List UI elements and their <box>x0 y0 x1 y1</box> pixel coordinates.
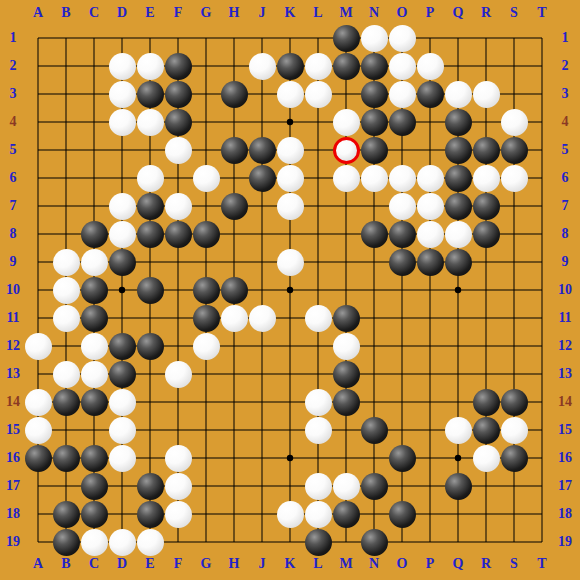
intersection-O4[interactable] <box>388 108 416 136</box>
intersection-D11[interactable] <box>108 304 136 332</box>
intersection-F6[interactable] <box>164 164 192 192</box>
intersection-M7[interactable] <box>332 192 360 220</box>
intersection-E6[interactable] <box>136 164 164 192</box>
intersection-N7[interactable] <box>360 192 388 220</box>
intersection-D1[interactable] <box>108 24 136 52</box>
intersection-E14[interactable] <box>136 388 164 416</box>
intersection-M13[interactable] <box>332 360 360 388</box>
intersection-F16[interactable] <box>164 444 192 472</box>
intersection-D18[interactable] <box>108 500 136 528</box>
intersection-E5[interactable] <box>136 136 164 164</box>
intersection-D4[interactable] <box>108 108 136 136</box>
intersection-O9[interactable] <box>388 248 416 276</box>
intersection-R16[interactable] <box>472 444 500 472</box>
intersection-J7[interactable] <box>248 192 276 220</box>
intersection-S3[interactable] <box>500 80 528 108</box>
intersection-Q13[interactable] <box>444 360 472 388</box>
intersection-H3[interactable] <box>220 80 248 108</box>
intersection-D12[interactable] <box>108 332 136 360</box>
intersection-O13[interactable] <box>388 360 416 388</box>
intersection-K5[interactable] <box>276 136 304 164</box>
intersection-L3[interactable] <box>304 80 332 108</box>
intersection-C6[interactable] <box>80 164 108 192</box>
intersection-E12[interactable] <box>136 332 164 360</box>
intersection-T3[interactable] <box>528 80 556 108</box>
intersection-K3[interactable] <box>276 80 304 108</box>
intersection-M10[interactable] <box>332 276 360 304</box>
intersection-C15[interactable] <box>80 416 108 444</box>
intersection-R9[interactable] <box>472 248 500 276</box>
intersection-G15[interactable] <box>192 416 220 444</box>
intersection-H4[interactable] <box>220 108 248 136</box>
intersection-A13[interactable] <box>24 360 52 388</box>
intersection-K15[interactable] <box>276 416 304 444</box>
intersection-S13[interactable] <box>500 360 528 388</box>
intersection-E17[interactable] <box>136 472 164 500</box>
intersection-E8[interactable] <box>136 220 164 248</box>
intersection-M18[interactable] <box>332 500 360 528</box>
intersection-H6[interactable] <box>220 164 248 192</box>
intersection-F18[interactable] <box>164 500 192 528</box>
intersection-P16[interactable] <box>416 444 444 472</box>
intersection-J17[interactable] <box>248 472 276 500</box>
intersection-T18[interactable] <box>528 500 556 528</box>
intersection-S9[interactable] <box>500 248 528 276</box>
intersection-N11[interactable] <box>360 304 388 332</box>
intersection-Q5[interactable] <box>444 136 472 164</box>
intersection-O16[interactable] <box>388 444 416 472</box>
intersection-N18[interactable] <box>360 500 388 528</box>
intersection-F10[interactable] <box>164 276 192 304</box>
intersection-L12[interactable] <box>304 332 332 360</box>
intersection-M1[interactable] <box>332 24 360 52</box>
intersection-O2[interactable] <box>388 52 416 80</box>
intersection-K4[interactable] <box>276 108 304 136</box>
intersection-L8[interactable] <box>304 220 332 248</box>
intersection-C5[interactable] <box>80 136 108 164</box>
intersection-Q7[interactable] <box>444 192 472 220</box>
intersection-R6[interactable] <box>472 164 500 192</box>
intersection-O3[interactable] <box>388 80 416 108</box>
intersection-K12[interactable] <box>276 332 304 360</box>
intersection-J19[interactable] <box>248 528 276 556</box>
intersection-A3[interactable] <box>24 80 52 108</box>
intersection-H8[interactable] <box>220 220 248 248</box>
intersection-N14[interactable] <box>360 388 388 416</box>
intersection-G17[interactable] <box>192 472 220 500</box>
intersection-N16[interactable] <box>360 444 388 472</box>
intersection-O7[interactable] <box>388 192 416 220</box>
intersection-M6[interactable] <box>332 164 360 192</box>
intersection-C11[interactable] <box>80 304 108 332</box>
intersection-S4[interactable] <box>500 108 528 136</box>
intersection-P13[interactable] <box>416 360 444 388</box>
intersection-D19[interactable] <box>108 528 136 556</box>
intersection-N3[interactable] <box>360 80 388 108</box>
intersection-B7[interactable] <box>52 192 80 220</box>
intersection-B10[interactable] <box>52 276 80 304</box>
intersection-D6[interactable] <box>108 164 136 192</box>
intersection-T13[interactable] <box>528 360 556 388</box>
intersection-Q11[interactable] <box>444 304 472 332</box>
intersection-O6[interactable] <box>388 164 416 192</box>
intersection-N12[interactable] <box>360 332 388 360</box>
intersection-A7[interactable] <box>24 192 52 220</box>
intersection-S11[interactable] <box>500 304 528 332</box>
intersection-B6[interactable] <box>52 164 80 192</box>
intersection-P9[interactable] <box>416 248 444 276</box>
intersection-F3[interactable] <box>164 80 192 108</box>
intersection-A14[interactable] <box>24 388 52 416</box>
intersection-S10[interactable] <box>500 276 528 304</box>
intersection-R10[interactable] <box>472 276 500 304</box>
intersection-N15[interactable] <box>360 416 388 444</box>
intersection-O8[interactable] <box>388 220 416 248</box>
intersection-K18[interactable] <box>276 500 304 528</box>
intersection-M4[interactable] <box>332 108 360 136</box>
intersection-O1[interactable] <box>388 24 416 52</box>
intersection-O10[interactable] <box>388 276 416 304</box>
intersection-J15[interactable] <box>248 416 276 444</box>
intersection-J10[interactable] <box>248 276 276 304</box>
intersection-S17[interactable] <box>500 472 528 500</box>
intersection-R13[interactable] <box>472 360 500 388</box>
intersection-E10[interactable] <box>136 276 164 304</box>
intersection-J2[interactable] <box>248 52 276 80</box>
intersection-A10[interactable] <box>24 276 52 304</box>
intersection-F4[interactable] <box>164 108 192 136</box>
intersection-L2[interactable] <box>304 52 332 80</box>
intersection-G7[interactable] <box>192 192 220 220</box>
intersection-M12[interactable] <box>332 332 360 360</box>
intersection-S14[interactable] <box>500 388 528 416</box>
intersection-K2[interactable] <box>276 52 304 80</box>
intersection-P6[interactable] <box>416 164 444 192</box>
intersection-A15[interactable] <box>24 416 52 444</box>
intersection-J18[interactable] <box>248 500 276 528</box>
intersection-A16[interactable] <box>24 444 52 472</box>
intersection-G9[interactable] <box>192 248 220 276</box>
intersection-A5[interactable] <box>24 136 52 164</box>
intersection-K8[interactable] <box>276 220 304 248</box>
intersection-B4[interactable] <box>52 108 80 136</box>
intersection-E1[interactable] <box>136 24 164 52</box>
intersection-T17[interactable] <box>528 472 556 500</box>
intersection-A8[interactable] <box>24 220 52 248</box>
intersection-N9[interactable] <box>360 248 388 276</box>
intersection-S1[interactable] <box>500 24 528 52</box>
intersection-M5[interactable] <box>332 136 360 164</box>
intersection-C16[interactable] <box>80 444 108 472</box>
intersection-C2[interactable] <box>80 52 108 80</box>
intersection-N2[interactable] <box>360 52 388 80</box>
intersection-A17[interactable] <box>24 472 52 500</box>
intersection-C7[interactable] <box>80 192 108 220</box>
intersection-T10[interactable] <box>528 276 556 304</box>
intersection-H2[interactable] <box>220 52 248 80</box>
intersection-F8[interactable] <box>164 220 192 248</box>
intersection-T1[interactable] <box>528 24 556 52</box>
intersection-T12[interactable] <box>528 332 556 360</box>
intersection-F14[interactable] <box>164 388 192 416</box>
intersection-B14[interactable] <box>52 388 80 416</box>
intersection-R3[interactable] <box>472 80 500 108</box>
intersection-T9[interactable] <box>528 248 556 276</box>
intersection-R12[interactable] <box>472 332 500 360</box>
intersection-M15[interactable] <box>332 416 360 444</box>
intersection-T2[interactable] <box>528 52 556 80</box>
intersection-T8[interactable] <box>528 220 556 248</box>
intersection-P15[interactable] <box>416 416 444 444</box>
intersection-E19[interactable] <box>136 528 164 556</box>
intersection-B2[interactable] <box>52 52 80 80</box>
intersection-K19[interactable] <box>276 528 304 556</box>
intersection-N10[interactable] <box>360 276 388 304</box>
intersection-M17[interactable] <box>332 472 360 500</box>
intersection-F11[interactable] <box>164 304 192 332</box>
intersection-G6[interactable] <box>192 164 220 192</box>
intersection-F5[interactable] <box>164 136 192 164</box>
intersection-P7[interactable] <box>416 192 444 220</box>
intersection-G14[interactable] <box>192 388 220 416</box>
intersection-B11[interactable] <box>52 304 80 332</box>
go-board[interactable] <box>24 24 556 556</box>
intersection-N5[interactable] <box>360 136 388 164</box>
intersection-K14[interactable] <box>276 388 304 416</box>
intersection-F9[interactable] <box>164 248 192 276</box>
intersection-B8[interactable] <box>52 220 80 248</box>
intersection-K9[interactable] <box>276 248 304 276</box>
intersection-N8[interactable] <box>360 220 388 248</box>
intersection-G13[interactable] <box>192 360 220 388</box>
intersection-E18[interactable] <box>136 500 164 528</box>
intersection-A1[interactable] <box>24 24 52 52</box>
intersection-S2[interactable] <box>500 52 528 80</box>
intersection-P5[interactable] <box>416 136 444 164</box>
intersection-R14[interactable] <box>472 388 500 416</box>
intersection-S6[interactable] <box>500 164 528 192</box>
intersection-L1[interactable] <box>304 24 332 52</box>
intersection-B13[interactable] <box>52 360 80 388</box>
intersection-S15[interactable] <box>500 416 528 444</box>
intersection-H12[interactable] <box>220 332 248 360</box>
intersection-T5[interactable] <box>528 136 556 164</box>
intersection-R11[interactable] <box>472 304 500 332</box>
intersection-G8[interactable] <box>192 220 220 248</box>
intersection-J4[interactable] <box>248 108 276 136</box>
intersection-S19[interactable] <box>500 528 528 556</box>
intersection-O15[interactable] <box>388 416 416 444</box>
intersection-T16[interactable] <box>528 444 556 472</box>
intersection-M8[interactable] <box>332 220 360 248</box>
intersection-G12[interactable] <box>192 332 220 360</box>
intersection-F1[interactable] <box>164 24 192 52</box>
intersection-T6[interactable] <box>528 164 556 192</box>
intersection-R15[interactable] <box>472 416 500 444</box>
intersection-H13[interactable] <box>220 360 248 388</box>
intersection-F15[interactable] <box>164 416 192 444</box>
intersection-N13[interactable] <box>360 360 388 388</box>
intersection-D17[interactable] <box>108 472 136 500</box>
intersection-B18[interactable] <box>52 500 80 528</box>
intersection-D5[interactable] <box>108 136 136 164</box>
intersection-J12[interactable] <box>248 332 276 360</box>
intersection-O19[interactable] <box>388 528 416 556</box>
intersection-D9[interactable] <box>108 248 136 276</box>
intersection-B9[interactable] <box>52 248 80 276</box>
intersection-C1[interactable] <box>80 24 108 52</box>
intersection-M14[interactable] <box>332 388 360 416</box>
intersection-H10[interactable] <box>220 276 248 304</box>
intersection-A12[interactable] <box>24 332 52 360</box>
intersection-D14[interactable] <box>108 388 136 416</box>
intersection-S5[interactable] <box>500 136 528 164</box>
intersection-P8[interactable] <box>416 220 444 248</box>
intersection-B17[interactable] <box>52 472 80 500</box>
intersection-E4[interactable] <box>136 108 164 136</box>
intersection-G5[interactable] <box>192 136 220 164</box>
intersection-T19[interactable] <box>528 528 556 556</box>
intersection-L11[interactable] <box>304 304 332 332</box>
intersection-B5[interactable] <box>52 136 80 164</box>
intersection-O12[interactable] <box>388 332 416 360</box>
intersection-R19[interactable] <box>472 528 500 556</box>
intersection-C4[interactable] <box>80 108 108 136</box>
intersection-J14[interactable] <box>248 388 276 416</box>
intersection-R18[interactable] <box>472 500 500 528</box>
intersection-J3[interactable] <box>248 80 276 108</box>
intersection-D13[interactable] <box>108 360 136 388</box>
intersection-R4[interactable] <box>472 108 500 136</box>
intersection-R17[interactable] <box>472 472 500 500</box>
intersection-R8[interactable] <box>472 220 500 248</box>
intersection-Q19[interactable] <box>444 528 472 556</box>
intersection-L6[interactable] <box>304 164 332 192</box>
intersection-Q14[interactable] <box>444 388 472 416</box>
intersection-J1[interactable] <box>248 24 276 52</box>
intersection-E11[interactable] <box>136 304 164 332</box>
intersection-G11[interactable] <box>192 304 220 332</box>
intersection-J16[interactable] <box>248 444 276 472</box>
intersection-Q12[interactable] <box>444 332 472 360</box>
intersection-S12[interactable] <box>500 332 528 360</box>
intersection-J11[interactable] <box>248 304 276 332</box>
intersection-C8[interactable] <box>80 220 108 248</box>
intersection-H18[interactable] <box>220 500 248 528</box>
intersection-B19[interactable] <box>52 528 80 556</box>
intersection-P14[interactable] <box>416 388 444 416</box>
intersection-L15[interactable] <box>304 416 332 444</box>
intersection-G1[interactable] <box>192 24 220 52</box>
intersection-Q1[interactable] <box>444 24 472 52</box>
intersection-K11[interactable] <box>276 304 304 332</box>
intersection-C12[interactable] <box>80 332 108 360</box>
intersection-P3[interactable] <box>416 80 444 108</box>
intersection-Q18[interactable] <box>444 500 472 528</box>
intersection-H7[interactable] <box>220 192 248 220</box>
intersection-L4[interactable] <box>304 108 332 136</box>
intersection-M16[interactable] <box>332 444 360 472</box>
intersection-J8[interactable] <box>248 220 276 248</box>
intersection-P10[interactable] <box>416 276 444 304</box>
intersection-E2[interactable] <box>136 52 164 80</box>
intersection-J6[interactable] <box>248 164 276 192</box>
intersection-A4[interactable] <box>24 108 52 136</box>
intersection-M19[interactable] <box>332 528 360 556</box>
intersection-N17[interactable] <box>360 472 388 500</box>
intersection-E13[interactable] <box>136 360 164 388</box>
intersection-D8[interactable] <box>108 220 136 248</box>
intersection-B3[interactable] <box>52 80 80 108</box>
intersection-O18[interactable] <box>388 500 416 528</box>
intersection-Q4[interactable] <box>444 108 472 136</box>
intersection-B16[interactable] <box>52 444 80 472</box>
intersection-P18[interactable] <box>416 500 444 528</box>
intersection-C19[interactable] <box>80 528 108 556</box>
intersection-Q3[interactable] <box>444 80 472 108</box>
intersection-D16[interactable] <box>108 444 136 472</box>
intersection-A18[interactable] <box>24 500 52 528</box>
intersection-K1[interactable] <box>276 24 304 52</box>
intersection-T14[interactable] <box>528 388 556 416</box>
intersection-F12[interactable] <box>164 332 192 360</box>
intersection-P2[interactable] <box>416 52 444 80</box>
intersection-H5[interactable] <box>220 136 248 164</box>
intersection-J13[interactable] <box>248 360 276 388</box>
intersection-A6[interactable] <box>24 164 52 192</box>
intersection-K17[interactable] <box>276 472 304 500</box>
intersection-N6[interactable] <box>360 164 388 192</box>
intersection-E15[interactable] <box>136 416 164 444</box>
intersection-K7[interactable] <box>276 192 304 220</box>
intersection-O11[interactable] <box>388 304 416 332</box>
intersection-Q10[interactable] <box>444 276 472 304</box>
intersection-H9[interactable] <box>220 248 248 276</box>
intersection-L5[interactable] <box>304 136 332 164</box>
intersection-H16[interactable] <box>220 444 248 472</box>
intersection-G3[interactable] <box>192 80 220 108</box>
intersection-Q8[interactable] <box>444 220 472 248</box>
intersection-E9[interactable] <box>136 248 164 276</box>
intersection-S18[interactable] <box>500 500 528 528</box>
intersection-O14[interactable] <box>388 388 416 416</box>
intersection-S7[interactable] <box>500 192 528 220</box>
intersection-G18[interactable] <box>192 500 220 528</box>
intersection-Q15[interactable] <box>444 416 472 444</box>
intersection-C17[interactable] <box>80 472 108 500</box>
intersection-M11[interactable] <box>332 304 360 332</box>
intersection-A11[interactable] <box>24 304 52 332</box>
intersection-P4[interactable] <box>416 108 444 136</box>
intersection-T11[interactable] <box>528 304 556 332</box>
intersection-Q16[interactable] <box>444 444 472 472</box>
intersection-P1[interactable] <box>416 24 444 52</box>
intersection-A9[interactable] <box>24 248 52 276</box>
intersection-T7[interactable] <box>528 192 556 220</box>
intersection-L10[interactable] <box>304 276 332 304</box>
intersection-F7[interactable] <box>164 192 192 220</box>
intersection-G10[interactable] <box>192 276 220 304</box>
intersection-Q9[interactable] <box>444 248 472 276</box>
intersection-F2[interactable] <box>164 52 192 80</box>
intersection-C10[interactable] <box>80 276 108 304</box>
intersection-D10[interactable] <box>108 276 136 304</box>
intersection-M3[interactable] <box>332 80 360 108</box>
intersection-O5[interactable] <box>388 136 416 164</box>
intersection-M2[interactable] <box>332 52 360 80</box>
intersection-R7[interactable] <box>472 192 500 220</box>
intersection-B1[interactable] <box>52 24 80 52</box>
